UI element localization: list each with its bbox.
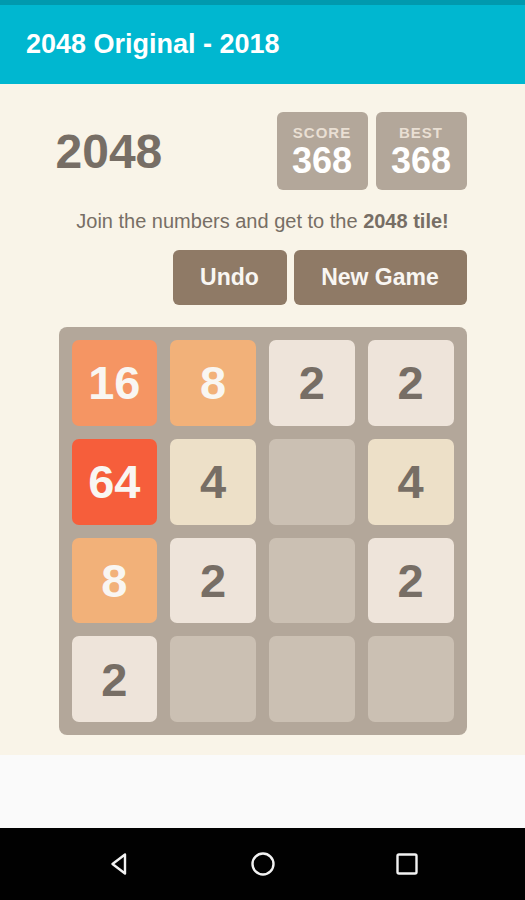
navigation-bar (0, 828, 525, 900)
subtitle-text: Join the numbers and get to the (76, 210, 363, 232)
tile-r0c1: 8 (170, 340, 256, 426)
subtitle: Join the numbers and get to the 2048 til… (59, 210, 467, 233)
tile-r3c2 (269, 636, 355, 722)
score-box: SCORE 368 (277, 112, 368, 190)
game-logo: 2048 (56, 124, 163, 179)
buttons-row: Undo New Game (59, 250, 467, 305)
tile-r2c0: 8 (72, 538, 158, 624)
tile-r2c2 (269, 538, 355, 624)
undo-button[interactable]: Undo (173, 250, 287, 305)
header-row: 2048 SCORE 368 BEST 368 (59, 84, 467, 190)
game-content: 2048 SCORE 368 BEST 368 Join the numbers… (0, 84, 525, 755)
tile-r1c0: 64 (72, 439, 158, 525)
tile-r0c2: 2 (269, 340, 355, 426)
tile-r2c3: 2 (368, 538, 454, 624)
app-bar: 2048 Original - 2018 (0, 5, 525, 84)
new-game-button[interactable]: New Game (294, 250, 467, 305)
tile-r1c1: 4 (170, 439, 256, 525)
tile-r3c0: 2 (72, 636, 158, 722)
home-icon[interactable] (250, 851, 276, 877)
phone-screen: 2048 Original - 2018 2048 SCORE 368 BEST… (0, 0, 525, 900)
tile-r3c3 (368, 636, 454, 722)
tile-r1c2 (269, 439, 355, 525)
score-label: SCORE (293, 124, 351, 141)
game-board[interactable]: 16 8 2 2 64 4 4 8 2 2 2 (59, 327, 467, 735)
tile-r1c3: 4 (368, 439, 454, 525)
app-title: 2048 Original - 2018 (26, 29, 280, 60)
recents-icon[interactable] (394, 851, 420, 877)
tile-r2c1: 2 (170, 538, 256, 624)
best-value: 368 (391, 143, 451, 179)
subtitle-goal: 2048 tile! (363, 210, 449, 232)
tile-r0c0: 16 (72, 340, 158, 426)
score-value: 368 (292, 143, 352, 179)
tile-r0c3: 2 (368, 340, 454, 426)
best-box: BEST 368 (376, 112, 467, 190)
tile-r3c1 (170, 636, 256, 722)
back-icon[interactable] (106, 851, 132, 877)
best-label: BEST (399, 124, 443, 141)
bottom-strip (0, 755, 525, 828)
scoreboxes: SCORE 368 BEST 368 (277, 112, 467, 190)
